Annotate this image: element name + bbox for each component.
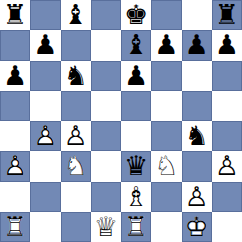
square-g1[interactable]: ♚♔: [182, 212, 212, 242]
piece-white-pawn[interactable]: ♟♙: [30, 121, 60, 151]
square-h6[interactable]: [212, 61, 242, 91]
square-g5[interactable]: [182, 91, 212, 121]
black-rook-icon: ♜: [0, 0, 30, 30]
piece-white-king[interactable]: ♚♔: [182, 212, 212, 242]
piece-black-knight[interactable]: ♞: [182, 121, 212, 151]
square-c3[interactable]: ♞♘: [61, 151, 91, 181]
black-bishop-icon: ♝: [121, 30, 151, 60]
black-pawn-icon: ♟: [212, 30, 242, 60]
piece-black-pawn[interactable]: ♟: [182, 30, 212, 60]
black-queen-icon: ♛: [121, 151, 151, 181]
square-b8[interactable]: [30, 0, 60, 30]
piece-black-pawn[interactable]: ♟: [151, 30, 181, 60]
square-d4[interactable]: [91, 121, 121, 151]
white-pawn-outline-icon: ♙: [182, 182, 212, 212]
piece-black-bishop[interactable]: ♝: [121, 30, 151, 60]
square-f8[interactable]: [151, 0, 181, 30]
square-b7[interactable]: ♟: [30, 30, 60, 60]
piece-black-rook[interactable]: ♜: [0, 0, 30, 30]
black-king-icon: ♚: [121, 0, 151, 30]
square-g3[interactable]: [182, 151, 212, 181]
piece-black-knight[interactable]: ♞: [61, 61, 91, 91]
piece-white-queen[interactable]: ♛♕: [91, 212, 121, 242]
square-h8[interactable]: ♜: [212, 0, 242, 30]
black-knight-icon: ♞: [182, 121, 212, 151]
square-c8[interactable]: ♝: [61, 0, 91, 30]
square-f4[interactable]: [151, 121, 181, 151]
white-pawn-outline-icon: ♙: [212, 151, 242, 181]
square-d2[interactable]: [91, 182, 121, 212]
square-g7[interactable]: ♟: [182, 30, 212, 60]
piece-black-pawn[interactable]: ♟: [121, 61, 151, 91]
square-g8[interactable]: [182, 0, 212, 30]
square-a8[interactable]: ♜: [0, 0, 30, 30]
piece-black-rook[interactable]: ♜: [212, 0, 242, 30]
chess-board: ♜♝♚♜♟♝♟♟♟♟♞♟♟♙♟♙♞♟♙♞♘♛♞♘♟♙♝♗♟♙♜♖♛♕♜♖♚♔: [0, 0, 242, 242]
square-h1[interactable]: [212, 212, 242, 242]
white-pawn-outline-icon: ♙: [61, 121, 91, 151]
piece-white-pawn[interactable]: ♟♙: [212, 151, 242, 181]
square-e6[interactable]: ♟: [121, 61, 151, 91]
square-b5[interactable]: [30, 91, 60, 121]
piece-white-rook[interactable]: ♜♖: [0, 212, 30, 242]
square-b3[interactable]: [30, 151, 60, 181]
piece-white-rook[interactable]: ♜♖: [121, 212, 151, 242]
square-e5[interactable]: [121, 91, 151, 121]
piece-black-pawn[interactable]: ♟: [212, 30, 242, 60]
white-pawn-outline-icon: ♙: [30, 121, 60, 151]
square-g4[interactable]: ♞: [182, 121, 212, 151]
square-a1[interactable]: ♜♖: [0, 212, 30, 242]
square-b4[interactable]: ♟♙: [30, 121, 60, 151]
square-e4[interactable]: [121, 121, 151, 151]
piece-black-pawn[interactable]: ♟: [30, 30, 60, 60]
square-b6[interactable]: [30, 61, 60, 91]
white-knight-outline-icon: ♘: [61, 151, 91, 181]
piece-white-knight[interactable]: ♞♘: [61, 151, 91, 181]
square-h4[interactable]: [212, 121, 242, 151]
piece-black-king[interactable]: ♚: [121, 0, 151, 30]
square-e2[interactable]: ♝♗: [121, 182, 151, 212]
piece-white-knight[interactable]: ♞♘: [151, 151, 181, 181]
square-h2[interactable]: [212, 182, 242, 212]
square-c6[interactable]: ♞: [61, 61, 91, 91]
square-g2[interactable]: ♟♙: [182, 182, 212, 212]
square-d7[interactable]: [91, 30, 121, 60]
white-queen-outline-icon: ♕: [91, 212, 121, 242]
square-h3[interactable]: ♟♙: [212, 151, 242, 181]
black-pawn-icon: ♟: [0, 61, 30, 91]
square-d3[interactable]: [91, 151, 121, 181]
square-a5[interactable]: [0, 91, 30, 121]
white-pawn-outline-icon: ♙: [0, 151, 30, 181]
black-pawn-icon: ♟: [182, 30, 212, 60]
piece-white-pawn[interactable]: ♟♙: [0, 151, 30, 181]
square-d6[interactable]: [91, 61, 121, 91]
piece-white-pawn[interactable]: ♟♙: [182, 182, 212, 212]
piece-white-bishop[interactable]: ♝♗: [121, 182, 151, 212]
square-f2[interactable]: [151, 182, 181, 212]
square-g6[interactable]: [182, 61, 212, 91]
square-a3[interactable]: ♟♙: [0, 151, 30, 181]
piece-white-pawn[interactable]: ♟♙: [61, 121, 91, 151]
square-c7[interactable]: [61, 30, 91, 60]
square-e3[interactable]: ♛: [121, 151, 151, 181]
black-rook-icon: ♜: [212, 0, 242, 30]
square-f3[interactable]: ♞♘: [151, 151, 181, 181]
square-c1[interactable]: [61, 212, 91, 242]
black-bishop-icon: ♝: [61, 0, 91, 30]
white-knight-outline-icon: ♘: [151, 151, 181, 181]
square-f6[interactable]: [151, 61, 181, 91]
square-a6[interactable]: ♟: [0, 61, 30, 91]
square-h5[interactable]: [212, 91, 242, 121]
white-bishop-outline-icon: ♗: [121, 182, 151, 212]
square-e1[interactable]: ♜♖: [121, 212, 151, 242]
square-c2[interactable]: [61, 182, 91, 212]
square-d5[interactable]: [91, 91, 121, 121]
black-pawn-icon: ♟: [121, 61, 151, 91]
black-knight-icon: ♞: [61, 61, 91, 91]
white-rook-outline-icon: ♖: [0, 212, 30, 242]
piece-black-bishop[interactable]: ♝: [61, 0, 91, 30]
square-h7[interactable]: ♟: [212, 30, 242, 60]
square-a7[interactable]: [0, 30, 30, 60]
square-c4[interactable]: ♟♙: [61, 121, 91, 151]
square-d1[interactable]: ♛♕: [91, 212, 121, 242]
square-f7[interactable]: ♟: [151, 30, 181, 60]
square-e8[interactable]: ♚: [121, 0, 151, 30]
square-a2[interactable]: [0, 182, 30, 212]
square-c5[interactable]: [61, 91, 91, 121]
black-pawn-icon: ♟: [30, 30, 60, 60]
piece-black-queen[interactable]: ♛: [121, 151, 151, 181]
white-rook-outline-icon: ♖: [121, 212, 151, 242]
square-f1[interactable]: [151, 212, 181, 242]
square-e7[interactable]: ♝: [121, 30, 151, 60]
black-pawn-icon: ♟: [151, 30, 181, 60]
piece-black-pawn[interactable]: ♟: [0, 61, 30, 91]
square-a4[interactable]: [0, 121, 30, 151]
square-d8[interactable]: [91, 0, 121, 30]
square-f5[interactable]: [151, 91, 181, 121]
square-b1[interactable]: [30, 212, 60, 242]
white-king-outline-icon: ♔: [182, 212, 212, 242]
square-b2[interactable]: [30, 182, 60, 212]
